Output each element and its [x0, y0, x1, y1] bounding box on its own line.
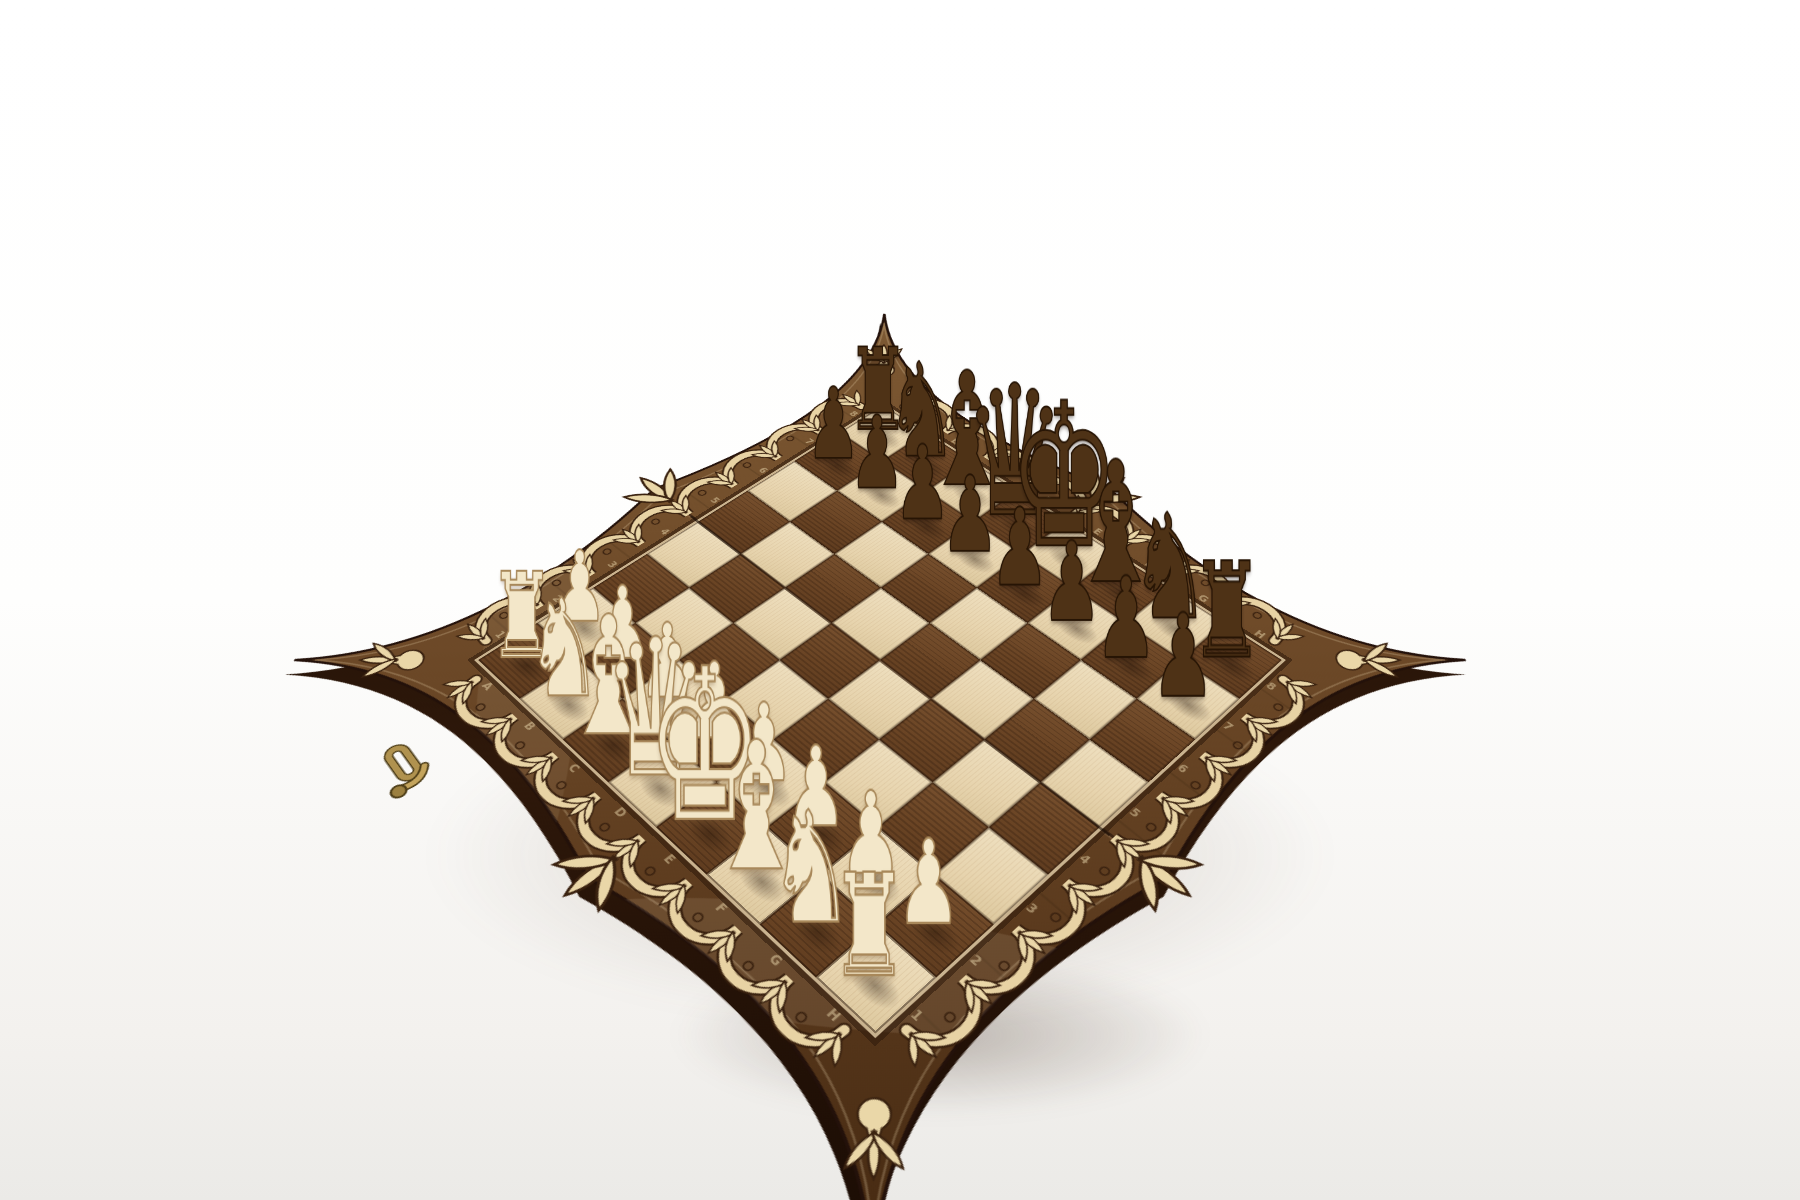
product-photo: ♜♞♝♛♚♝♞♜♟♟♟♟♟♟♟♟♟♟♟♟♟♟♟♟♜♞♝♛♚♝♞♜ AA11BB2…	[0, 0, 1800, 1200]
scene: ♜♞♝♛♚♝♞♜♟♟♟♟♟♟♟♟♟♟♟♟♟♟♟♟♜♞♝♛♚♝♞♜ AA11BB2…	[0, 0, 1800, 1200]
piece-black-pawn-h7[interactable]: ♟	[1151, 609, 1215, 703]
piece-black-pawn-f7[interactable]: ♟	[1041, 537, 1102, 627]
piece-black-pawn-g7[interactable]: ♟	[1094, 572, 1156, 664]
piece-white-rook-h1[interactable]: ♜	[829, 868, 908, 984]
chess-board: ♜♞♝♛♚♝♞♜♟♟♟♟♟♟♟♟♟♟♟♟♟♟♟♟♜♞♝♛♚♝♞♜ AA11BB2…	[272, 303, 1488, 1200]
